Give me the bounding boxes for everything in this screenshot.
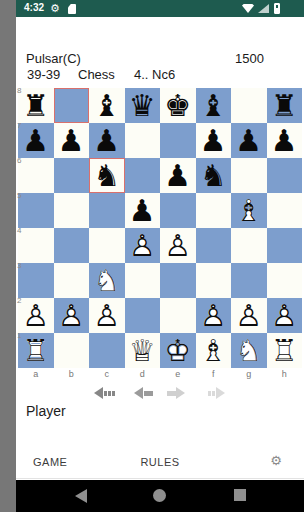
nav-home-button[interactable] [153, 489, 166, 502]
square-e7[interactable] [160, 123, 196, 158]
file-label-a: a [18, 369, 54, 379]
piece-black-pawn[interactable]: ♟ [125, 193, 161, 228]
piece-black-pawn[interactable]: ♟ [267, 123, 303, 158]
square-h4[interactable] [267, 228, 303, 263]
piece-white-bishop[interactable]: ♝♗ [196, 333, 232, 368]
square-h1[interactable]: ♜♖ [267, 333, 303, 368]
last-move-label: 4.. Nc6 [134, 67, 175, 82]
rank-labels: 87654321 [17, 87, 25, 367]
square-d6[interactable] [125, 158, 161, 193]
move-navigation [16, 386, 304, 400]
square-g7[interactable]: ♟ [231, 123, 267, 158]
square-b7[interactable]: ♟ [54, 123, 90, 158]
rules-menu-button[interactable]: RULES [16, 456, 304, 468]
rank-label-3: 3 [17, 261, 21, 270]
piece-white-pawn[interactable]: ♟♙ [125, 228, 161, 263]
rank-label-2: 2 [17, 296, 21, 305]
square-c4[interactable] [89, 228, 125, 263]
square-e1[interactable]: ♚♔ [160, 333, 196, 368]
piece-black-pawn[interactable]: ♟ [160, 158, 196, 193]
sd-card-icon [68, 4, 76, 14]
battery-icon [274, 3, 280, 14]
file-label-d: d [125, 369, 161, 379]
file-label-f: f [196, 369, 232, 379]
square-e6[interactable]: ♟ [160, 158, 196, 193]
piece-black-king[interactable]: ♚ [160, 88, 196, 123]
piece-black-pawn[interactable]: ♟ [89, 123, 125, 158]
square-b8[interactable] [54, 88, 90, 123]
square-c1[interactable] [89, 333, 125, 368]
square-d7[interactable] [125, 123, 161, 158]
square-f1[interactable]: ♝♗ [196, 333, 232, 368]
square-h5[interactable] [267, 193, 303, 228]
chess-board[interactable]: ♜♝♛♚♝♜♟♟♟♟♟♟♞♟♞♟♝♗♟♙♟♙♞♘♟♙♟♙♟♙♟♙♟♙♟♙♜♖♛♕… [18, 88, 302, 368]
piece-white-knight[interactable]: ♞♘ [231, 333, 267, 368]
rank-label-5: 5 [17, 191, 21, 200]
variant-label: Chess [78, 67, 115, 82]
square-b2[interactable]: ♟♙ [54, 298, 90, 333]
file-label-e: e [160, 369, 196, 379]
rank-label-8: 8 [17, 86, 21, 95]
opponent-name: Pulsar(C) [26, 51, 81, 66]
square-d1[interactable]: ♛♕ [125, 333, 161, 368]
square-d3[interactable] [125, 263, 161, 298]
piece-black-rook[interactable]: ♜ [267, 88, 303, 123]
nav-recents-button[interactable] [234, 489, 246, 501]
wifi-icon [242, 4, 254, 13]
square-d8[interactable]: ♛ [125, 88, 161, 123]
square-d5[interactable]: ♟ [125, 193, 161, 228]
square-f4[interactable] [196, 228, 232, 263]
piece-black-knight[interactable]: ♞ [90, 159, 124, 192]
bottom-app-bar: GAME RULES ⚙ [16, 445, 304, 479]
piece-black-bishop[interactable]: ♝ [196, 88, 232, 123]
square-f8[interactable]: ♝ [196, 88, 232, 123]
piece-black-queen[interactable]: ♛ [125, 88, 161, 123]
material-score: 39-39 [27, 67, 60, 82]
app-screen: 4:32 ⚙ Pulsar(C) 1500 39-39 Chess 4.. Nc… [16, 0, 304, 512]
settings-notification-icon: ⚙ [50, 2, 60, 15]
square-c2[interactable]: ♟♙ [89, 298, 125, 333]
square-f5[interactable] [196, 193, 232, 228]
rank-label-7: 7 [17, 121, 21, 130]
jump-to-start-button[interactable] [94, 387, 115, 399]
file-labels: abcdefgh [18, 369, 302, 379]
piece-white-pawn[interactable]: ♟♙ [231, 298, 267, 333]
square-g4[interactable] [231, 228, 267, 263]
clock-time: 4:32 [24, 2, 44, 13]
square-b5[interactable] [54, 193, 90, 228]
step-back-button[interactable] [134, 387, 153, 399]
android-nav-bar [16, 480, 304, 512]
opponent-rating: 1500 [235, 51, 264, 66]
piece-white-queen[interactable]: ♛♕ [125, 333, 161, 368]
piece-white-king[interactable]: ♚♔ [160, 333, 196, 368]
file-label-g: g [231, 369, 267, 379]
square-g8[interactable] [231, 88, 267, 123]
piece-black-pawn[interactable]: ♟ [231, 123, 267, 158]
square-c3[interactable]: ♞♘ [89, 263, 125, 298]
square-e2[interactable] [160, 298, 196, 333]
square-h7[interactable]: ♟ [267, 123, 303, 158]
square-f7[interactable]: ♟ [196, 123, 232, 158]
piece-black-pawn[interactable]: ♟ [196, 123, 232, 158]
square-h3[interactable] [267, 263, 303, 298]
square-g2[interactable]: ♟♙ [231, 298, 267, 333]
status-bar: 4:32 ⚙ [16, 0, 304, 17]
file-label-b: b [54, 369, 90, 379]
square-b3[interactable] [54, 263, 90, 298]
piece-white-bishop[interactable]: ♝♗ [231, 193, 267, 228]
square-f2[interactable]: ♟♙ [196, 298, 232, 333]
piece-black-pawn[interactable]: ♟ [54, 123, 90, 158]
square-b4[interactable] [54, 228, 90, 263]
piece-white-pawn[interactable]: ♟♙ [54, 298, 90, 333]
file-label-h: h [267, 369, 303, 379]
square-h6[interactable] [267, 158, 303, 193]
square-d4[interactable]: ♟♙ [125, 228, 161, 263]
jump-to-end-button[interactable] [208, 387, 225, 399]
square-f6[interactable]: ♞ [196, 158, 232, 193]
piece-black-bishop[interactable]: ♝ [89, 88, 125, 123]
piece-white-knight[interactable]: ♞♘ [89, 263, 125, 298]
square-e4[interactable]: ♟♙ [160, 228, 196, 263]
square-d2[interactable] [125, 298, 161, 333]
square-c8[interactable]: ♝ [89, 88, 125, 123]
square-g6[interactable] [231, 158, 267, 193]
cell-signal-icon [258, 4, 269, 13]
piece-white-pawn[interactable]: ♟♙ [267, 298, 303, 333]
square-g1[interactable]: ♞♘ [231, 333, 267, 368]
rank-label-6: 6 [17, 156, 21, 165]
square-e3[interactable] [160, 263, 196, 298]
square-g3[interactable] [231, 263, 267, 298]
nav-back-button[interactable] [75, 489, 87, 503]
square-e5[interactable] [160, 193, 196, 228]
square-e8[interactable]: ♚ [160, 88, 196, 123]
piece-white-pawn[interactable]: ♟♙ [196, 298, 232, 333]
square-c6[interactable]: ♞ [89, 158, 125, 193]
piece-white-pawn[interactable]: ♟♙ [160, 228, 196, 263]
square-h8[interactable]: ♜ [267, 88, 303, 123]
piece-black-knight[interactable]: ♞ [196, 158, 232, 193]
rank-label-4: 4 [17, 226, 21, 235]
square-f3[interactable] [196, 263, 232, 298]
square-c7[interactable]: ♟ [89, 123, 125, 158]
rank-label-1: 1 [17, 331, 21, 340]
piece-white-pawn[interactable]: ♟♙ [89, 298, 125, 333]
square-h2[interactable]: ♟♙ [267, 298, 303, 333]
square-c5[interactable] [89, 193, 125, 228]
step-forward-button[interactable] [166, 387, 185, 399]
settings-gear-icon[interactable]: ⚙ [270, 453, 282, 468]
square-b1[interactable] [54, 333, 90, 368]
piece-white-rook[interactable]: ♜♖ [267, 333, 303, 368]
square-b6[interactable] [54, 158, 90, 193]
player-name: Player [26, 403, 66, 419]
file-label-c: c [89, 369, 125, 379]
square-g5[interactable]: ♝♗ [231, 193, 267, 228]
